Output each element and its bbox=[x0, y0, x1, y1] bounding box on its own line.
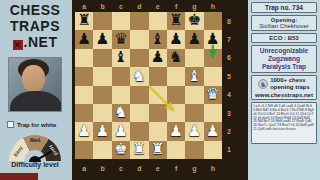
white-rook: ♜ bbox=[151, 142, 165, 158]
trap-name-line1: Unrecognizable bbox=[253, 47, 315, 55]
white-pawn: ♟ bbox=[206, 124, 220, 140]
square-e6: ♟ bbox=[149, 49, 167, 67]
chesstraps-logo: CHESS TRAPS ✕.NET bbox=[0, 2, 70, 50]
file-labels-top: abcdefgh bbox=[75, 0, 222, 12]
square-b8 bbox=[93, 12, 111, 30]
square-d6 bbox=[130, 49, 148, 67]
promo-box: ♞ 1000+ chess opening traps www.chesstra… bbox=[251, 75, 317, 100]
file-label-b: b bbox=[93, 0, 111, 12]
eco-code: ECO : B53 bbox=[253, 35, 315, 41]
square-c3: ♞ bbox=[112, 104, 130, 122]
square-f3 bbox=[167, 104, 185, 122]
square-a1 bbox=[75, 141, 93, 159]
square-h6 bbox=[204, 49, 222, 67]
gauge-med-label: Med. bbox=[30, 137, 41, 143]
photo-body bbox=[10, 91, 62, 112]
black-queen: ♛ bbox=[114, 32, 128, 48]
file-label-d: d bbox=[130, 160, 148, 177]
white-pawn: ♟ bbox=[114, 124, 128, 140]
square-h2: ♟ bbox=[204, 122, 222, 140]
black-pawn: ♟ bbox=[169, 32, 183, 48]
square-e5 bbox=[149, 67, 167, 85]
promo-line2: opening traps bbox=[270, 84, 310, 90]
move-list-box: 1.e4 c5 2.Nf3 d6 3.d4 cxd4 4.Qxd4 Nc6 5.… bbox=[251, 102, 317, 144]
square-h1 bbox=[204, 141, 222, 159]
rank-label-2: 2 bbox=[223, 122, 235, 140]
black-pawn: ♟ bbox=[151, 50, 165, 66]
move-list-text: 1.e4 c5 2.Nf3 d6 3.d4 cxd4 4.Qxd4 Nc6 5.… bbox=[253, 104, 315, 132]
red-x-icon: ✕ bbox=[13, 40, 23, 50]
square-g3 bbox=[185, 104, 203, 122]
trap-for-white-checkbox[interactable] bbox=[7, 121, 14, 128]
file-label-f: f bbox=[167, 0, 185, 12]
file-label-c: c bbox=[112, 0, 130, 12]
left-sidebar: CHESS TRAPS ✕.NET Trap for white Easy Me… bbox=[0, 0, 72, 180]
square-c8 bbox=[112, 12, 130, 30]
rank-label-6: 6 bbox=[223, 49, 235, 67]
file-label-h: h bbox=[204, 0, 222, 12]
square-g5: ♝ bbox=[185, 67, 203, 85]
square-b3 bbox=[93, 104, 111, 122]
square-a4 bbox=[75, 86, 93, 104]
file-label-e: e bbox=[149, 0, 167, 12]
file-label-g: g bbox=[185, 160, 203, 177]
trap-name-box: Unrecognizable Zugzwang Paralysis Trap bbox=[251, 45, 317, 73]
difficulty-gauge: Easy Med. Hard bbox=[9, 135, 61, 162]
photo-face bbox=[22, 65, 45, 92]
square-f5 bbox=[167, 67, 185, 85]
square-g8: ♚ bbox=[185, 12, 203, 30]
rank-label-3: 3 bbox=[223, 104, 235, 122]
square-b1 bbox=[93, 141, 111, 159]
file-label-b: b bbox=[93, 160, 111, 177]
square-c4 bbox=[112, 86, 130, 104]
square-g1 bbox=[185, 141, 203, 159]
square-d2 bbox=[130, 122, 148, 140]
square-g2: ♟ bbox=[185, 122, 203, 140]
white-pawn: ♟ bbox=[187, 124, 201, 140]
square-f8: ♜ bbox=[167, 12, 185, 30]
square-b4 bbox=[93, 86, 111, 104]
board-frame: abcdefgh ♜♜♚♟♟♛♝♟♟♟♝♟♞♞♝♛♞♟♟♟♟♟♟♚♜♜ abcd… bbox=[72, 0, 248, 180]
presenter-photo bbox=[8, 57, 62, 112]
white-queen: ♛ bbox=[206, 87, 220, 103]
white-pawn: ♟ bbox=[169, 124, 183, 140]
file-label-d: d bbox=[130, 0, 148, 12]
logo-suffix: .NET bbox=[24, 34, 58, 50]
square-e2 bbox=[149, 122, 167, 140]
promo-row: ♞ 1000+ chess opening traps bbox=[253, 77, 315, 91]
square-d4 bbox=[130, 86, 148, 104]
file-label-f: f bbox=[167, 160, 185, 177]
video-thumbnail: CHESS TRAPS ✕.NET Trap for white Easy Me… bbox=[0, 0, 320, 180]
black-pawn: ♟ bbox=[187, 32, 201, 48]
promo-line1: 1000+ chess bbox=[270, 77, 306, 83]
file-labels-bottom: abcdefgh bbox=[75, 160, 222, 177]
black-pawn: ♟ bbox=[96, 32, 110, 48]
trap-for-white-row: Trap for white bbox=[7, 121, 56, 128]
rank-labels-right: 87654321 bbox=[223, 12, 235, 159]
black-rook: ♜ bbox=[169, 13, 183, 29]
square-b7: ♟ bbox=[93, 30, 111, 48]
black-rook: ♜ bbox=[77, 13, 91, 29]
white-pawn: ♟ bbox=[96, 124, 110, 140]
square-g7: ♟ bbox=[185, 30, 203, 48]
trap-name-line3: Paralysis Trap bbox=[253, 63, 315, 71]
trap-number-box: Trap no. 734 bbox=[251, 2, 317, 13]
square-c5 bbox=[112, 67, 130, 85]
square-e3 bbox=[149, 104, 167, 122]
trap-for-white-label: Trap for white bbox=[17, 122, 56, 128]
rank-label-8: 8 bbox=[223, 12, 235, 30]
square-d5: ♞ bbox=[130, 67, 148, 85]
square-a6 bbox=[75, 49, 93, 67]
square-h3 bbox=[204, 104, 222, 122]
black-pawn: ♟ bbox=[206, 32, 220, 48]
black-pawn: ♟ bbox=[77, 32, 91, 48]
white-pawn: ♟ bbox=[77, 124, 91, 140]
square-g4 bbox=[185, 86, 203, 104]
logo-line1: CHESS bbox=[0, 2, 70, 18]
white-knight: ♞ bbox=[114, 105, 128, 121]
rank-label-7: 7 bbox=[223, 30, 235, 48]
square-f1 bbox=[167, 141, 185, 159]
square-c1: ♚ bbox=[112, 141, 130, 159]
rank-label-5: 5 bbox=[223, 67, 235, 85]
square-c6: ♝ bbox=[112, 49, 130, 67]
rank-label-4: 4 bbox=[223, 86, 235, 104]
opening-box: Opening: Sicilian Chekhover bbox=[251, 15, 317, 31]
square-f7: ♟ bbox=[167, 30, 185, 48]
white-rook: ♜ bbox=[132, 142, 146, 158]
square-a3 bbox=[75, 104, 93, 122]
white-bishop: ♝ bbox=[187, 69, 201, 85]
black-king: ♚ bbox=[187, 13, 201, 29]
trap-name-line2: Zugzwang bbox=[253, 55, 315, 63]
square-b5 bbox=[93, 67, 111, 85]
opening-name: Sicilian Chekhover bbox=[253, 23, 315, 29]
square-h7: ♟ bbox=[204, 30, 222, 48]
file-label-c: c bbox=[112, 160, 130, 177]
square-c2: ♟ bbox=[112, 122, 130, 140]
promo-text: 1000+ chess opening traps bbox=[270, 77, 310, 91]
difficulty-level-label: Difficulty level bbox=[0, 161, 70, 168]
white-king: ♚ bbox=[114, 142, 128, 158]
eco-box: ECO : B53 bbox=[251, 33, 317, 43]
square-h4: ♛ bbox=[204, 86, 222, 104]
logo-line3: ✕.NET bbox=[0, 34, 70, 50]
square-d7 bbox=[130, 30, 148, 48]
rank-label-1: 1 bbox=[223, 141, 235, 159]
square-e4 bbox=[149, 86, 167, 104]
website-url[interactable]: www.chesstraps.net bbox=[253, 92, 315, 98]
square-b2: ♟ bbox=[93, 122, 111, 140]
file-label-g: g bbox=[185, 0, 203, 12]
square-a7: ♟ bbox=[75, 30, 93, 48]
square-b6 bbox=[93, 49, 111, 67]
square-a8: ♜ bbox=[75, 12, 93, 30]
file-label-e: e bbox=[149, 160, 167, 177]
trap-number: Trap no. 734 bbox=[253, 4, 315, 11]
square-g6 bbox=[185, 49, 203, 67]
square-a2: ♟ bbox=[75, 122, 93, 140]
square-d1: ♜ bbox=[130, 141, 148, 159]
chesstraps-knight-icon: ♞ bbox=[258, 79, 268, 89]
square-f4 bbox=[167, 86, 185, 104]
square-e1: ♜ bbox=[149, 141, 167, 159]
board: ♜♜♚♟♟♛♝♟♟♟♝♟♞♞♝♛♞♟♟♟♟♟♟♚♜♜ bbox=[75, 12, 222, 159]
black-knight: ♞ bbox=[169, 50, 183, 66]
red-accent-bar bbox=[0, 173, 38, 180]
logo-line2: TRAPS bbox=[0, 18, 70, 34]
square-d3 bbox=[130, 104, 148, 122]
square-e7: ♝ bbox=[149, 30, 167, 48]
black-bishop: ♝ bbox=[151, 32, 165, 48]
white-knight: ♞ bbox=[132, 69, 146, 85]
file-label-a: a bbox=[75, 160, 93, 177]
file-label-h: h bbox=[204, 160, 222, 177]
square-a5 bbox=[75, 67, 93, 85]
square-e8 bbox=[149, 12, 167, 30]
square-c7: ♛ bbox=[112, 30, 130, 48]
square-d8 bbox=[130, 12, 148, 30]
square-h5 bbox=[204, 67, 222, 85]
square-h8 bbox=[204, 12, 222, 30]
file-label-a: a bbox=[75, 0, 93, 12]
square-f2: ♟ bbox=[167, 122, 185, 140]
right-info-panel: Trap no. 734 Opening: Sicilian Chekhover… bbox=[248, 0, 320, 180]
square-f6: ♞ bbox=[167, 49, 185, 67]
black-bishop: ♝ bbox=[114, 50, 128, 66]
